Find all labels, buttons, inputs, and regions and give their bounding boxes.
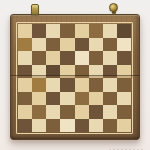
square-d1	[60, 119, 74, 133]
square-h5	[117, 65, 131, 79]
square-f7	[89, 38, 103, 52]
square-g8	[103, 24, 117, 38]
square-g6	[103, 51, 117, 65]
square-h3	[117, 92, 131, 106]
square-e2	[75, 105, 89, 119]
square-e6	[75, 51, 89, 65]
square-a3	[18, 92, 32, 106]
square-h6	[117, 51, 131, 65]
square-g1	[103, 119, 117, 133]
square-h1	[117, 119, 131, 133]
square-h4	[117, 78, 131, 92]
square-h7	[117, 38, 131, 52]
square-e8	[75, 24, 89, 38]
brass-clasp-icon	[31, 4, 39, 15]
maker-stamp	[109, 149, 143, 150]
square-f3	[89, 92, 103, 106]
square-b8	[32, 24, 46, 38]
square-c2	[46, 105, 60, 119]
square-e1	[75, 119, 89, 133]
square-b5	[32, 65, 46, 79]
square-a1	[18, 119, 32, 133]
square-g5	[103, 65, 117, 79]
square-c8	[46, 24, 60, 38]
square-e5	[75, 65, 89, 79]
square-d5	[60, 65, 74, 79]
square-f1	[89, 119, 103, 133]
square-b2	[32, 105, 46, 119]
square-a7	[18, 38, 32, 52]
inlay-border	[16, 22, 133, 134]
square-h8	[117, 24, 131, 38]
brass-hanger-icon	[109, 3, 118, 12]
square-d3	[60, 92, 74, 106]
square-d6	[60, 51, 74, 65]
square-d8	[60, 24, 74, 38]
square-e4	[75, 78, 89, 92]
square-f2	[89, 105, 103, 119]
square-a6	[18, 51, 32, 65]
square-g7	[103, 38, 117, 52]
square-c3	[46, 92, 60, 106]
square-g3	[103, 92, 117, 106]
square-d7	[60, 38, 74, 52]
square-g2	[103, 105, 117, 119]
square-c4	[46, 78, 60, 92]
square-a4	[18, 78, 32, 92]
square-b3	[32, 92, 46, 106]
square-d2	[60, 105, 74, 119]
square-f4	[89, 78, 103, 92]
square-f5	[89, 65, 103, 79]
square-a8	[18, 24, 32, 38]
square-e3	[75, 92, 89, 106]
square-d4	[60, 78, 74, 92]
square-b6	[32, 51, 46, 65]
square-e7	[75, 38, 89, 52]
square-b7	[32, 38, 46, 52]
square-g4	[103, 78, 117, 92]
square-c1	[46, 119, 60, 133]
board-grid	[18, 24, 131, 132]
chess-board	[10, 14, 140, 140]
square-h2	[117, 105, 131, 119]
square-c5	[46, 65, 60, 79]
photo-background	[0, 0, 150, 150]
square-b4	[32, 78, 46, 92]
square-f8	[89, 24, 103, 38]
square-c6	[46, 51, 60, 65]
square-b1	[32, 119, 46, 133]
square-f6	[89, 51, 103, 65]
square-a5	[18, 65, 32, 79]
square-c7	[46, 38, 60, 52]
square-a2	[18, 105, 32, 119]
